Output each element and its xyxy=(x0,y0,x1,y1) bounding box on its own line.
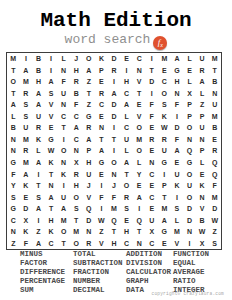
grid-cell: S xyxy=(120,203,133,215)
grid-cell: G xyxy=(7,203,20,215)
grid-cell: T xyxy=(45,168,58,180)
grid-cell: M xyxy=(171,226,184,238)
grid-cell: O xyxy=(120,180,133,192)
grid-cell: C xyxy=(133,53,146,65)
word-list-item: ADDITION xyxy=(126,250,173,259)
grid-cell: A xyxy=(32,88,45,100)
grid-cell: G xyxy=(158,226,171,238)
grid-cell: I xyxy=(108,122,121,134)
grid-cell: A xyxy=(196,76,209,88)
grid-cell: H xyxy=(32,76,45,88)
grid-cell: I xyxy=(57,180,70,192)
grid-cell: X xyxy=(196,237,209,249)
grid-cell: M xyxy=(20,157,33,169)
grid-cell: E xyxy=(95,168,108,180)
grid-cell: I xyxy=(120,65,133,77)
grid-cell: O xyxy=(57,145,70,157)
grid-cell: E xyxy=(120,214,133,226)
grid-cell: G xyxy=(83,111,96,123)
grid-cell: I xyxy=(171,111,184,123)
word-list-item: RATIO xyxy=(173,277,220,286)
grid-cell: N xyxy=(183,134,196,146)
grid-cell: X xyxy=(20,214,33,226)
grid-cell: T xyxy=(57,237,70,249)
grid-cell: I xyxy=(171,191,184,203)
grid-cell: O xyxy=(183,191,196,203)
grid-cell: T xyxy=(45,203,58,215)
grid-cell: Z xyxy=(196,99,209,111)
grid-cell: S xyxy=(32,191,45,203)
grid-cell: L xyxy=(57,53,70,65)
grid-cell: K xyxy=(45,226,58,238)
grid-cell: V xyxy=(83,191,96,203)
grid-cell: U xyxy=(183,180,196,192)
grid-cell: V xyxy=(171,237,184,249)
grid-cell: A xyxy=(95,145,108,157)
grid-cell: X xyxy=(183,88,196,100)
grid-cell: T xyxy=(158,191,171,203)
grid-cell: A xyxy=(32,237,45,249)
grid-cell: N xyxy=(108,168,121,180)
grid-cell: D xyxy=(108,53,121,65)
word-list-item: DECIMAL xyxy=(73,286,126,295)
grid-cell: E xyxy=(145,122,158,134)
grid-cell: H xyxy=(70,180,83,192)
grid-cell: D xyxy=(183,214,196,226)
grid-cell: U xyxy=(57,191,70,203)
word-list-column: MINUSFACTORDIFFERENCEPERCENTAGESUM xyxy=(20,250,73,295)
grid-cell: J xyxy=(83,180,96,192)
grid-cell: G xyxy=(95,157,108,169)
grid-cell: T xyxy=(120,168,133,180)
grid-cell: H xyxy=(70,65,83,77)
grid-cell: K xyxy=(171,180,184,192)
grid-cell: E xyxy=(133,180,146,192)
grid-cell: T xyxy=(145,65,158,77)
grid-cell: F xyxy=(7,168,20,180)
grid-cell: L xyxy=(196,88,209,100)
grid-cell: N xyxy=(7,145,20,157)
grid-cell: F xyxy=(95,191,108,203)
grid-cell: M xyxy=(20,76,33,88)
grid-cell: E xyxy=(158,65,171,77)
fx-icon-x: x xyxy=(160,42,163,48)
grid-cell: Z xyxy=(7,237,20,249)
grid-cell: O xyxy=(133,145,146,157)
word-list-item: PERCENTAGE xyxy=(20,277,73,286)
grid-cell: C xyxy=(57,111,70,123)
grid-cell: C xyxy=(95,99,108,111)
grid-cell: F xyxy=(208,180,221,192)
grid-cell: S xyxy=(208,237,221,249)
grid-cell: B xyxy=(32,65,45,77)
grid-cell: T xyxy=(108,226,121,238)
word-list-item: EQUAL xyxy=(173,259,220,268)
grid-cell: G xyxy=(183,157,196,169)
grid-cell: N xyxy=(57,157,70,169)
word-list-item: FUNCTION xyxy=(173,250,220,259)
grid-cell: N xyxy=(57,65,70,77)
grid-cell: P xyxy=(183,111,196,123)
word-list-item: NUMBER xyxy=(73,277,126,286)
grid-cell: N xyxy=(133,65,146,77)
grid-cell: A xyxy=(32,157,45,169)
grid-cell: M xyxy=(158,53,171,65)
grid-cell: S xyxy=(70,203,83,215)
grid-cell: O xyxy=(70,191,83,203)
grid-cell: U xyxy=(57,88,70,100)
grid-cell: W xyxy=(45,145,58,157)
grid-cell: S xyxy=(20,99,33,111)
grid-cell: V xyxy=(95,237,108,249)
grid-cell: T xyxy=(133,88,146,100)
grid-cell: C xyxy=(70,134,83,146)
grid-cell: H xyxy=(171,76,184,88)
grid-cell: N xyxy=(57,99,70,111)
word-list-item: SUBTRACTION xyxy=(73,259,126,268)
grid-cell: C xyxy=(145,168,158,180)
function-fx-icon: fx xyxy=(153,36,167,50)
grid-cell: C xyxy=(7,214,20,226)
grid-cell: L xyxy=(183,76,196,88)
grid-cell: E xyxy=(158,237,171,249)
grid-cell: R xyxy=(70,168,83,180)
grid-cell: T xyxy=(32,180,45,192)
grid-cell: O xyxy=(83,53,96,65)
grid-cell: R xyxy=(70,76,83,88)
grid-cell: N xyxy=(171,88,184,100)
grid-cell: Z xyxy=(83,76,96,88)
grid-cell: C xyxy=(120,237,133,249)
grid-cell: N xyxy=(45,180,58,192)
grid-cell: V xyxy=(133,111,146,123)
grid-cell: S xyxy=(45,88,58,100)
grid-cell: E xyxy=(145,180,158,192)
grid-cell: M xyxy=(7,53,20,65)
grid-cell: E xyxy=(171,157,184,169)
grid-cell: T xyxy=(7,88,20,100)
grid-cell: E xyxy=(45,122,58,134)
grid-cell: E xyxy=(208,134,221,146)
grid-cell: I xyxy=(145,88,158,100)
grid-cell: S xyxy=(171,203,184,215)
grid-cell: Q xyxy=(183,145,196,157)
grid-cell: D xyxy=(108,99,121,111)
grid-cell: R xyxy=(120,191,133,203)
grid-cell: H xyxy=(120,226,133,238)
word-list-item: DIVISION xyxy=(126,259,173,268)
grid-cell: M xyxy=(158,203,171,215)
page-title: Math Edition xyxy=(0,10,232,31)
grid-cell: O xyxy=(7,76,20,88)
grid-cell: W xyxy=(208,214,221,226)
grid-cell: R xyxy=(196,65,209,77)
grid-cell: H xyxy=(83,157,96,169)
grid-cell: R xyxy=(20,145,33,157)
grid-cell: U xyxy=(120,134,133,146)
grid-cell: G xyxy=(158,157,171,169)
grid-cell: V xyxy=(45,111,58,123)
grid-cell: C xyxy=(120,88,133,100)
grid-cell: B xyxy=(208,122,221,134)
grid-cell: I xyxy=(45,65,58,77)
grid-cell: C xyxy=(145,237,158,249)
word-list-item: DIFFERENCE xyxy=(20,268,73,277)
grid-cell: H xyxy=(120,76,133,88)
worksheet-page: Math Edition word search fx MIBILJOKDECI… xyxy=(0,0,232,300)
grid-cell: Q xyxy=(83,203,96,215)
grid-cell: R xyxy=(145,134,158,146)
grid-cell: E xyxy=(95,76,108,88)
grid-cell: I xyxy=(183,237,196,249)
grid-cell: E xyxy=(133,99,146,111)
grid-cell: U xyxy=(83,168,96,180)
grid-cell: A xyxy=(45,76,58,88)
grid-cell: V xyxy=(133,76,146,88)
grid-cell: I xyxy=(158,168,171,180)
grid-cell: J xyxy=(108,180,121,192)
grid-cell: R xyxy=(83,122,96,134)
grid-cell: S xyxy=(158,99,171,111)
grid-cell: Z xyxy=(95,226,108,238)
grid-cell: L xyxy=(183,53,196,65)
grid-cell: D xyxy=(208,203,221,215)
grid-cell: A xyxy=(70,122,83,134)
grid-cell: P xyxy=(196,111,209,123)
grid-cell: S xyxy=(20,111,33,123)
grid-cell: D xyxy=(183,203,196,215)
grid-cell: C xyxy=(120,122,133,134)
grid-cell: T xyxy=(108,134,121,146)
subtitle-row: word search fx xyxy=(0,32,232,47)
grid-cell: A xyxy=(158,214,171,226)
grid-cell: E xyxy=(120,53,133,65)
grid-cell: V xyxy=(196,203,209,215)
grid-cell: L xyxy=(120,145,133,157)
grid-cell: K xyxy=(45,157,58,169)
grid-cell: F xyxy=(20,237,33,249)
grid-cell: U xyxy=(145,214,158,226)
grid-cell: C xyxy=(158,76,171,88)
word-list-column: ADDITIONDIVISIONCALCULATORGRAPHDATA xyxy=(126,250,173,295)
grid-cell: P xyxy=(158,180,171,192)
grid-cell: P xyxy=(183,99,196,111)
word-list-column: FUNCTIONEQUALAVERAGERATIOINTEGER xyxy=(173,250,220,295)
word-list-item: MINUS xyxy=(20,250,73,259)
grid-cell: Q xyxy=(133,214,146,226)
grid-cell: C xyxy=(45,237,58,249)
grid-cell: A xyxy=(171,145,184,157)
grid-cell: L xyxy=(171,214,184,226)
grid-cell: W xyxy=(95,214,108,226)
grid-cell: Z xyxy=(83,99,96,111)
grid-cell: N xyxy=(196,191,209,203)
grid-cell: Q xyxy=(208,168,221,180)
grid-cell: O xyxy=(183,122,196,134)
grid-cell: S xyxy=(7,191,20,203)
grid-cell: T xyxy=(95,134,108,146)
grid-cell: R xyxy=(208,145,221,157)
grid-cell: I xyxy=(133,203,146,215)
grid-cell: T xyxy=(83,88,96,100)
grid-cell: I xyxy=(145,53,158,65)
word-list-item: FRACTION xyxy=(73,268,126,277)
word-list-item: FACTOR xyxy=(20,259,73,268)
grid-cell: U xyxy=(196,122,209,134)
grid-cell: P xyxy=(95,65,108,77)
grid-cell: T xyxy=(57,122,70,134)
grid-cell: U xyxy=(171,168,184,180)
grid-cell: A xyxy=(32,99,45,111)
grid-cell: O xyxy=(158,88,171,100)
grid-cell: R xyxy=(83,237,96,249)
grid-cell: K xyxy=(20,226,33,238)
grid-cell: C xyxy=(70,111,83,123)
grid-cell: A xyxy=(171,53,184,65)
grid-cell: M xyxy=(208,111,221,123)
grid-cell: O xyxy=(133,122,146,134)
word-list-item: SUM xyxy=(20,286,73,295)
grid-cell: M xyxy=(108,203,121,215)
grid-cell: M xyxy=(208,53,221,65)
grid-cell: I xyxy=(20,53,33,65)
grid-cell: D xyxy=(171,122,184,134)
grid-cell: M xyxy=(57,214,70,226)
grid-cell: C xyxy=(145,191,158,203)
grid-cell: Y xyxy=(133,168,146,180)
grid-cell: A xyxy=(32,203,45,215)
grid-cell: A xyxy=(7,99,20,111)
grid-cell: A xyxy=(120,157,133,169)
word-list-item: CALCULATOR xyxy=(126,268,173,277)
grid-cell: A xyxy=(57,203,70,215)
grid-cell: N xyxy=(183,226,196,238)
grid-cell: Z xyxy=(32,226,45,238)
grid-cell: K xyxy=(20,180,33,192)
word-search-grid: MIBILJOKDECIMALUMTABINHAPRINTEGERTOMHAFR… xyxy=(6,52,222,250)
grid-cell: T xyxy=(133,226,146,238)
grid-cell: X xyxy=(70,157,83,169)
grid-cell: O xyxy=(57,226,70,238)
grid-cell: A xyxy=(83,65,96,77)
grid-cell: O xyxy=(183,168,196,180)
grid-cell: A xyxy=(20,168,33,180)
grid-cell: Q xyxy=(208,157,221,169)
grid-cell: I xyxy=(95,180,108,192)
grid-cell: I xyxy=(57,134,70,146)
grid-cell: B xyxy=(32,53,45,65)
grid-cell: N xyxy=(83,226,96,238)
grid-cell: Z xyxy=(208,226,221,238)
grid-cell: E xyxy=(145,145,158,157)
grid-cell: N xyxy=(70,145,83,157)
grid-cell: H xyxy=(45,214,58,226)
grid-cell: K xyxy=(158,111,171,123)
grid-cell: N xyxy=(7,134,20,146)
grid-cell: R xyxy=(20,88,33,100)
grid-cell: T xyxy=(7,65,20,77)
grid-cell: A xyxy=(83,134,96,146)
grid-cell: R xyxy=(108,65,121,77)
grid-cell: Y xyxy=(7,180,20,192)
grid-cell: I xyxy=(32,168,45,180)
grid-cell: N xyxy=(196,134,209,146)
grid-cell: I xyxy=(32,214,45,226)
word-list-column: TOTALSUBTRACTIONFRACTIONNUMBERDECIMAL xyxy=(73,250,126,295)
grid-cell: K xyxy=(32,134,45,146)
grid-cell: D xyxy=(145,76,158,88)
grid-cell: E xyxy=(95,111,108,123)
grid-cell: U xyxy=(32,111,45,123)
grid-cell: M xyxy=(20,134,33,146)
grid-cell: D xyxy=(83,214,96,226)
word-list-item: TOTAL xyxy=(73,250,126,259)
grid-cell: W xyxy=(158,122,171,134)
copyright-text: copyright© crazylaura.com xyxy=(151,291,224,296)
grid-cell: E xyxy=(183,65,196,77)
grid-cell: U xyxy=(20,122,33,134)
grid-cell: U xyxy=(158,145,171,157)
grid-cell: E xyxy=(145,203,158,215)
grid-cell: F xyxy=(145,111,158,123)
grid-cell: G xyxy=(7,157,20,169)
grid-cell: E xyxy=(196,168,209,180)
grid-cell: B xyxy=(7,122,20,134)
grid-cell: X xyxy=(145,226,158,238)
grid-cell: L xyxy=(120,111,133,123)
grid-cell: F xyxy=(70,99,83,111)
grid-cell: G xyxy=(171,65,184,77)
grid-cell: A xyxy=(133,191,146,203)
grid-cell: H xyxy=(108,237,121,249)
grid-cell: N xyxy=(95,122,108,134)
grid-cell: A xyxy=(45,191,58,203)
grid-cell: A xyxy=(120,99,133,111)
grid-cell: N xyxy=(145,157,158,169)
grid-cell: G xyxy=(45,134,58,146)
grid-cell: A xyxy=(20,65,33,77)
grid-cell: M xyxy=(70,226,83,238)
grid-cell: I xyxy=(108,145,121,157)
grid-cell: N xyxy=(208,88,221,100)
grid-cell: R xyxy=(158,134,171,146)
grid-cell: O xyxy=(108,157,121,169)
grid-cell: N xyxy=(133,237,146,249)
grid-cell: B xyxy=(208,76,221,88)
grid-cell: T xyxy=(70,214,83,226)
grid-cell: M xyxy=(208,191,221,203)
grid-cell: L xyxy=(196,157,209,169)
grid-cell: P xyxy=(83,145,96,157)
grid-cell: L xyxy=(7,111,20,123)
grid-cell: I xyxy=(45,53,58,65)
grid-cell: F xyxy=(171,134,184,146)
grid-cell: T xyxy=(208,65,221,77)
word-list-item: GRAPH xyxy=(126,277,173,286)
grid-cell: L xyxy=(32,145,45,157)
grid-cell: P xyxy=(196,145,209,157)
grid-cell: D xyxy=(108,111,121,123)
grid-cell: N xyxy=(7,226,20,238)
grid-cell: V xyxy=(45,99,58,111)
grid-cell: Q xyxy=(108,214,121,226)
grid-cell: W xyxy=(196,226,209,238)
grid-cell: F xyxy=(145,99,158,111)
word-list: MINUSFACTORDIFFERENCEPERCENTAGESUMTOTALS… xyxy=(20,250,220,295)
grid-cell: D xyxy=(20,203,33,215)
grid-cell: I xyxy=(108,76,121,88)
grid-cell: K xyxy=(57,168,70,180)
